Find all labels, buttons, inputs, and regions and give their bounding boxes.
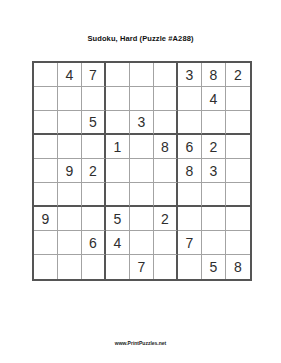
puzzle-title: Sudoku, Hard (Puzzle #A288) <box>0 34 281 43</box>
cell-r3c7-empty <box>178 111 202 135</box>
cell-r6c3-empty <box>82 183 106 207</box>
cell-r5c9-empty <box>226 159 250 183</box>
cell-r6c2-empty <box>58 183 82 207</box>
cell-r5c1-empty <box>34 159 58 183</box>
cell-r9c6-empty <box>154 255 178 279</box>
cell-r8c6-empty <box>154 231 178 255</box>
cell-r2c4-empty <box>106 87 130 111</box>
cell-r4c7-given: 6 <box>178 135 202 159</box>
cell-r6c1-empty <box>34 183 58 207</box>
cell-r8c5-empty <box>130 231 154 255</box>
cell-r7c1-given: 9 <box>34 207 58 231</box>
cell-r4c6-given: 8 <box>154 135 178 159</box>
cell-r7c5-empty <box>130 207 154 231</box>
cell-r1c1-empty <box>34 63 58 87</box>
cell-r2c8-given: 4 <box>202 87 226 111</box>
cell-r8c3-given: 6 <box>82 231 106 255</box>
cell-r7c2-empty <box>58 207 82 231</box>
cell-r1c3-given: 7 <box>82 63 106 87</box>
cell-r7c8-empty <box>202 207 226 231</box>
cell-r8c2-empty <box>58 231 82 255</box>
cell-r5c2-given: 9 <box>58 159 82 183</box>
cell-r3c9-empty <box>226 111 250 135</box>
cell-r1c4-empty <box>106 63 130 87</box>
cell-r4c1-empty <box>34 135 58 159</box>
cell-r2c7-empty <box>178 87 202 111</box>
cell-r8c9-empty <box>226 231 250 255</box>
cell-r8c1-empty <box>34 231 58 255</box>
cell-r5c7-given: 8 <box>178 159 202 183</box>
cell-r9c1-empty <box>34 255 58 279</box>
cell-r2c9-empty <box>226 87 250 111</box>
cell-r6c9-empty <box>226 183 250 207</box>
cell-r1c6-empty <box>154 63 178 87</box>
cell-r4c5-empty <box>130 135 154 159</box>
cell-r3c5-given: 3 <box>130 111 154 135</box>
cell-r9c8-given: 5 <box>202 255 226 279</box>
footer-url: www.PrintPuzzles.net <box>0 340 281 346</box>
cell-r1c2-given: 4 <box>58 63 82 87</box>
cell-r8c4-given: 4 <box>106 231 130 255</box>
cell-r5c5-empty <box>130 159 154 183</box>
cell-r4c8-given: 2 <box>202 135 226 159</box>
cell-r6c5-empty <box>130 183 154 207</box>
cell-r5c8-given: 3 <box>202 159 226 183</box>
cell-r2c2-empty <box>58 87 82 111</box>
sudoku-board: 4738245318629283952647758 <box>32 61 252 281</box>
cell-r3c4-empty <box>106 111 130 135</box>
cell-r7c4-given: 5 <box>106 207 130 231</box>
cell-r8c8-empty <box>202 231 226 255</box>
cell-r4c4-given: 1 <box>106 135 130 159</box>
cell-r1c5-empty <box>130 63 154 87</box>
cell-r6c6-empty <box>154 183 178 207</box>
cell-r2c1-empty <box>34 87 58 111</box>
cell-r2c6-empty <box>154 87 178 111</box>
cell-r4c9-empty <box>226 135 250 159</box>
cell-r9c5-given: 7 <box>130 255 154 279</box>
cell-r4c3-empty <box>82 135 106 159</box>
cell-r5c6-empty <box>154 159 178 183</box>
cell-r1c8-given: 8 <box>202 63 226 87</box>
cell-r2c5-empty <box>130 87 154 111</box>
cell-r7c3-empty <box>82 207 106 231</box>
cell-r7c9-empty <box>226 207 250 231</box>
cell-r9c4-empty <box>106 255 130 279</box>
cell-r1c9-given: 2 <box>226 63 250 87</box>
cell-r6c7-empty <box>178 183 202 207</box>
cell-r5c4-empty <box>106 159 130 183</box>
cell-r6c8-empty <box>202 183 226 207</box>
cell-r9c2-empty <box>58 255 82 279</box>
cell-r3c8-empty <box>202 111 226 135</box>
cell-r3c6-empty <box>154 111 178 135</box>
cell-r8c7-given: 7 <box>178 231 202 255</box>
cell-r4c2-empty <box>58 135 82 159</box>
cell-r3c3-given: 5 <box>82 111 106 135</box>
page: Sudoku, Hard (Puzzle #A288) 473824531862… <box>0 0 281 363</box>
cell-r9c7-empty <box>178 255 202 279</box>
cell-r2c3-empty <box>82 87 106 111</box>
cell-r3c1-empty <box>34 111 58 135</box>
cell-r9c3-empty <box>82 255 106 279</box>
cell-r3c2-empty <box>58 111 82 135</box>
cell-r1c7-given: 3 <box>178 63 202 87</box>
cell-r6c4-empty <box>106 183 130 207</box>
cell-r9c9-given: 8 <box>226 255 250 279</box>
cell-r5c3-given: 2 <box>82 159 106 183</box>
cell-r7c7-empty <box>178 207 202 231</box>
cell-r7c6-given: 2 <box>154 207 178 231</box>
